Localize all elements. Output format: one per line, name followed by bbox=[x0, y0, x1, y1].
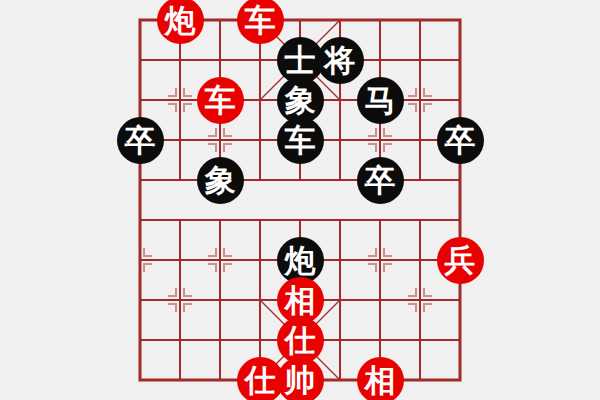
piece-black-chariot[interactable]: 车 bbox=[277, 117, 324, 164]
piece-black-horse[interactable]: 马 bbox=[357, 77, 404, 124]
piece-red-chariot[interactable]: 车 bbox=[237, 0, 284, 44]
piece-red-cannon[interactable]: 炮 bbox=[157, 0, 204, 44]
piece-black-soldier[interactable]: 卒 bbox=[437, 117, 484, 164]
piece-black-soldier[interactable]: 卒 bbox=[357, 157, 404, 204]
piece-red-chariot[interactable]: 车 bbox=[197, 77, 244, 124]
xiangqi-app: 炮车士将车象马卒车卒象卒炮兵相仕仕帅相 bbox=[0, 0, 600, 400]
piece-black-soldier[interactable]: 卒 bbox=[117, 117, 164, 164]
piece-black-elephant[interactable]: 象 bbox=[197, 157, 244, 204]
piece-black-general[interactable]: 将 bbox=[317, 37, 364, 84]
xiangqi-board: 炮车士将车象马卒车卒象卒炮兵相仕仕帅相 bbox=[120, 0, 480, 400]
piece-red-soldier[interactable]: 兵 bbox=[437, 237, 484, 284]
piece-red-elephant[interactable]: 相 bbox=[357, 357, 404, 400]
piece-red-general[interactable]: 帅 bbox=[277, 357, 324, 400]
piece-grid: 炮车士将车象马卒车卒象卒炮兵相仕仕帅相 bbox=[120, 0, 480, 400]
